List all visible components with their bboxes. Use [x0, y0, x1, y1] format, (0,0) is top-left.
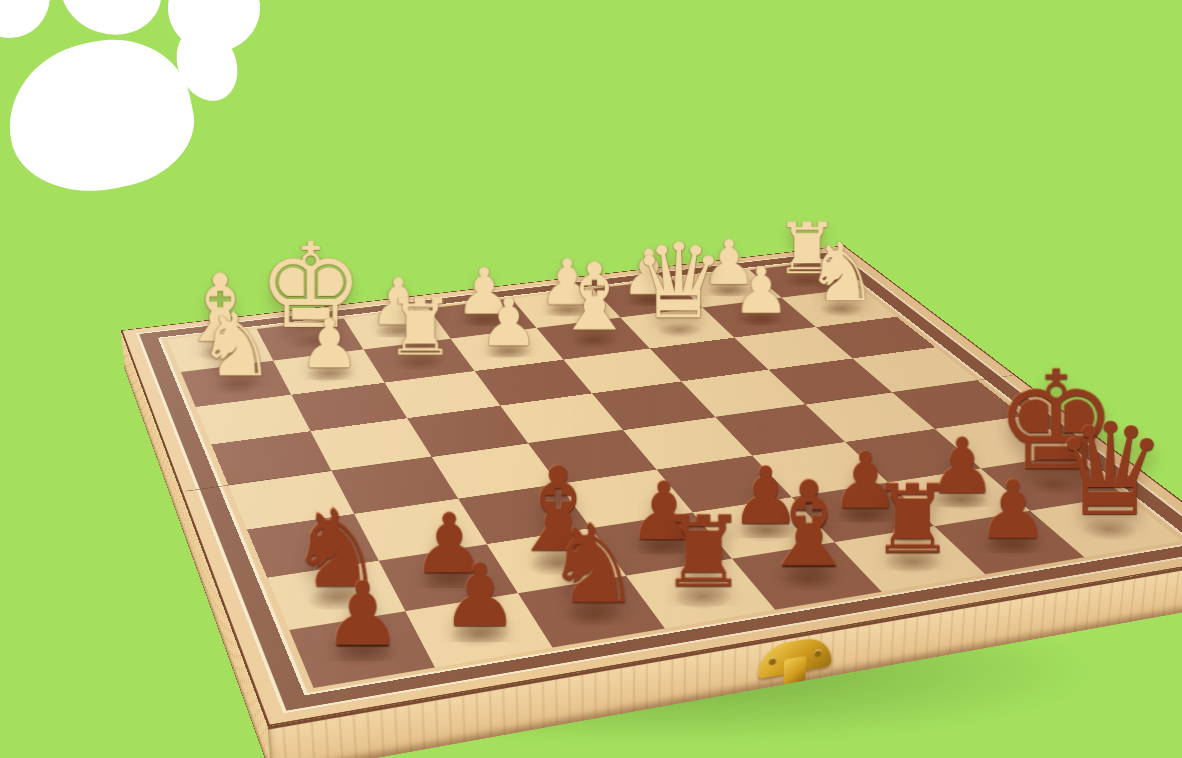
piece-dark-bishop-e8: ♝	[757, 466, 862, 584]
clasp-tab	[783, 656, 806, 685]
piece-white-queen-f2: ♛	[632, 229, 725, 333]
square-h8: ♛	[1031, 496, 1182, 558]
piece-dark-queen-h8: ♛	[1052, 406, 1167, 534]
piece-dark-rook-d8: ♜	[659, 503, 747, 601]
piece-white-pawn-b2: ♟	[299, 310, 360, 378]
piece-dark-rook-f8: ♜	[870, 471, 955, 566]
paw-pad-icon	[0, 24, 205, 207]
piece-white-pawn-d2: ♟	[479, 289, 538, 355]
square-c8: ♞	[518, 576, 666, 648]
product-photo: ♝♚♟♟♟♟♟♜♞♟♜♟♝♛♟♞♞♟♝♟♟♟♟♚♟♟♞♜♝♜♟♛	[0, 0, 1182, 758]
paw-toe-icon	[0, 0, 50, 38]
piece-white-knight-h2: ♞	[805, 232, 877, 313]
paw-print-icon	[0, 0, 320, 240]
piece-white-pawn-g2: ♟	[732, 259, 789, 323]
piece-dark-pawn-g8: ♟	[977, 469, 1049, 549]
square-a3	[196, 395, 311, 445]
piece-dark-pawn-b8: ♟	[441, 552, 519, 639]
piece-dark-knight-c8: ♞	[544, 510, 642, 619]
piece-dark-pawn-a8: ♟	[323, 570, 402, 658]
piece-white-rook-c2: ♜	[385, 288, 455, 366]
piece-white-bishop-e2: ♝	[553, 251, 636, 344]
piece-white-knight-a2: ♞	[197, 302, 276, 390]
